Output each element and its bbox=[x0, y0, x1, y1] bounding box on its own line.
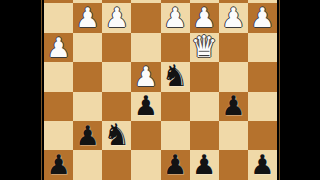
square-a3[interactable]: ♟ bbox=[44, 33, 73, 62]
square-d6[interactable] bbox=[131, 121, 160, 150]
board-frame: ♜♞♚♝♞♜♟♟♟♟♟♟♟♛♟♞♟♟♟♞♟♟♟♟♜♛♝♚♝♜ bbox=[41, 0, 280, 180]
square-b7[interactable] bbox=[73, 150, 102, 179]
white-pawn: ♟ bbox=[250, 4, 274, 31]
white-bishop: ♝ bbox=[191, 0, 218, 3]
white-rook: ♜ bbox=[249, 0, 276, 3]
square-e2[interactable]: ♟ bbox=[161, 3, 190, 32]
white-knight: ♞ bbox=[74, 0, 101, 3]
square-a6[interactable] bbox=[44, 121, 73, 150]
white-king: ♚ bbox=[132, 0, 159, 3]
white-knight: ♞ bbox=[220, 0, 247, 3]
black-pawn: ♟ bbox=[46, 151, 70, 178]
square-e4[interactable]: ♞ bbox=[161, 62, 190, 91]
black-pawn: ♟ bbox=[76, 121, 100, 148]
square-c4[interactable] bbox=[102, 62, 131, 91]
white-pawn: ♟ bbox=[76, 4, 100, 31]
square-h5[interactable] bbox=[248, 92, 277, 121]
square-e6[interactable] bbox=[161, 121, 190, 150]
square-g6[interactable] bbox=[219, 121, 248, 150]
chess-board: ♜♞♚♝♞♜♟♟♟♟♟♟♟♛♟♞♟♟♟♞♟♟♟♟♜♛♝♚♝♜ bbox=[44, 0, 277, 180]
square-f4[interactable] bbox=[190, 62, 219, 91]
square-a7[interactable]: ♟ bbox=[44, 150, 73, 179]
black-rook: ♜ bbox=[45, 178, 72, 180]
square-e3[interactable] bbox=[161, 33, 190, 62]
square-h7[interactable]: ♟ bbox=[248, 150, 277, 179]
black-king: ♚ bbox=[162, 178, 189, 180]
square-a5[interactable] bbox=[44, 92, 73, 121]
white-pawn: ♟ bbox=[163, 4, 187, 31]
square-h3[interactable] bbox=[248, 33, 277, 62]
square-e5[interactable] bbox=[161, 92, 190, 121]
square-g5[interactable]: ♟ bbox=[219, 92, 248, 121]
square-c6[interactable]: ♞ bbox=[102, 121, 131, 150]
square-c2[interactable]: ♟ bbox=[102, 3, 131, 32]
square-g3[interactable] bbox=[219, 33, 248, 62]
white-pawn: ♟ bbox=[46, 33, 70, 60]
square-c3[interactable] bbox=[102, 33, 131, 62]
square-b3[interactable] bbox=[73, 33, 102, 62]
white-queen: ♛ bbox=[191, 32, 218, 62]
white-rook: ♜ bbox=[45, 0, 72, 3]
square-f6[interactable] bbox=[190, 121, 219, 150]
square-d3[interactable] bbox=[131, 33, 160, 62]
square-g7[interactable] bbox=[219, 150, 248, 179]
square-h2[interactable]: ♟ bbox=[248, 3, 277, 32]
square-g2[interactable]: ♟ bbox=[219, 3, 248, 32]
square-c5[interactable] bbox=[102, 92, 131, 121]
letterbox-right bbox=[280, 0, 320, 180]
square-d2[interactable] bbox=[131, 3, 160, 32]
square-d4[interactable]: ♟ bbox=[131, 62, 160, 91]
black-pawn: ♟ bbox=[250, 151, 274, 178]
screenshot-canvas: ♜♞♚♝♞♜♟♟♟♟♟♟♟♛♟♞♟♟♟♞♟♟♟♟♜♛♝♚♝♜ bbox=[0, 0, 320, 180]
white-pawn: ♟ bbox=[134, 62, 158, 89]
square-b6[interactable]: ♟ bbox=[73, 121, 102, 150]
square-g4[interactable] bbox=[219, 62, 248, 91]
square-a2[interactable] bbox=[44, 3, 73, 32]
black-pawn: ♟ bbox=[221, 92, 245, 119]
square-a4[interactable] bbox=[44, 62, 73, 91]
square-b4[interactable] bbox=[73, 62, 102, 91]
black-pawn: ♟ bbox=[192, 151, 216, 178]
black-queen: ♛ bbox=[74, 178, 101, 180]
black-pawn: ♟ bbox=[163, 151, 187, 178]
white-pawn: ♟ bbox=[105, 4, 129, 31]
black-pawn: ♟ bbox=[134, 92, 158, 119]
white-pawn: ♟ bbox=[192, 4, 216, 31]
white-pawn: ♟ bbox=[221, 4, 245, 31]
black-bishop: ♝ bbox=[103, 178, 130, 180]
square-f3[interactable]: ♛ bbox=[190, 33, 219, 62]
square-b5[interactable] bbox=[73, 92, 102, 121]
square-f5[interactable] bbox=[190, 92, 219, 121]
square-d5[interactable]: ♟ bbox=[131, 92, 160, 121]
square-b2[interactable]: ♟ bbox=[73, 3, 102, 32]
square-f7[interactable]: ♟ bbox=[190, 150, 219, 179]
square-f2[interactable]: ♟ bbox=[190, 3, 219, 32]
black-knight: ♞ bbox=[162, 61, 189, 91]
square-h6[interactable] bbox=[248, 121, 277, 150]
square-e7[interactable]: ♟ bbox=[161, 150, 190, 179]
letterbox-left bbox=[0, 0, 41, 180]
square-d7[interactable] bbox=[131, 150, 160, 179]
black-rook: ♜ bbox=[249, 178, 276, 180]
square-h4[interactable] bbox=[248, 62, 277, 91]
square-c7[interactable] bbox=[102, 150, 131, 179]
black-knight: ♞ bbox=[103, 120, 130, 150]
black-bishop: ♝ bbox=[191, 178, 218, 180]
